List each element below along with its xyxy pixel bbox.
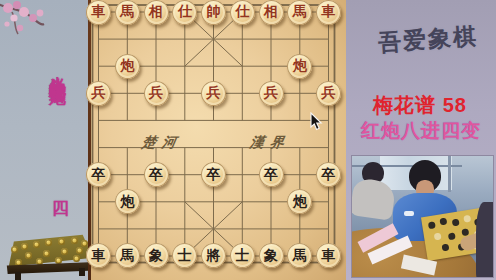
piece-character: 車 bbox=[92, 5, 106, 19]
right-panel: 吾爱象棋 梅花谱 58 红炮八进四变 bbox=[346, 0, 496, 280]
piece-character: 象 bbox=[149, 249, 163, 263]
piece-character: 士 bbox=[235, 249, 249, 263]
piece-character: 相 bbox=[264, 5, 278, 19]
xiangqi-piece-red-兵[interactable]: 兵 bbox=[259, 81, 284, 106]
plum-blossom-icon bbox=[0, 0, 54, 44]
river-label-left: 楚河 bbox=[131, 134, 192, 152]
window-frame bbox=[448, 156, 451, 192]
piece-character: 卒 bbox=[207, 168, 221, 182]
episode-vertical-title: 当头炮破过宫炮 bbox=[46, 62, 69, 76]
xiangqi-piece-red-仕[interactable]: 仕 bbox=[230, 0, 255, 25]
video-frame: 当头炮破过宫炮 四 bbox=[0, 0, 496, 280]
xiangqi-piece-red-兵[interactable]: 兵 bbox=[316, 81, 341, 106]
xiangqi-piece-red-車[interactable]: 車 bbox=[316, 0, 341, 25]
opponent-figure bbox=[476, 202, 493, 277]
xiangqi-piece-red-兵[interactable]: 兵 bbox=[86, 81, 111, 106]
piece-character: 炮 bbox=[120, 195, 134, 209]
piece-character: 仕 bbox=[235, 5, 249, 19]
xiangqi-piece-red-相[interactable]: 相 bbox=[259, 0, 284, 25]
piece-character: 兵 bbox=[322, 86, 336, 100]
xiangqi-piece-black-卒[interactable]: 卒 bbox=[259, 162, 284, 187]
piece-character: 卒 bbox=[92, 168, 106, 182]
piece-character: 炮 bbox=[293, 195, 307, 209]
piece-character: 相 bbox=[149, 5, 163, 19]
table-leg bbox=[79, 268, 85, 276]
piece-character: 車 bbox=[322, 5, 336, 19]
table-leg bbox=[15, 272, 21, 280]
mouse-cursor bbox=[310, 112, 324, 131]
episode-part-number: 四 bbox=[52, 197, 69, 220]
left-panel: 当头炮破过宫炮 四 bbox=[0, 0, 88, 280]
xiangqi-piece-black-象[interactable]: 象 bbox=[144, 243, 169, 268]
episode-subtitle: 红炮八进四变 bbox=[348, 118, 494, 144]
piece-character: 兵 bbox=[207, 86, 221, 100]
xiangqi-piece-black-卒[interactable]: 卒 bbox=[86, 162, 111, 187]
piece-character: 車 bbox=[92, 249, 106, 263]
piece-character: 馬 bbox=[120, 5, 134, 19]
board-grid bbox=[88, 0, 346, 280]
series-title: 梅花谱 58 bbox=[352, 92, 488, 119]
players-photo bbox=[352, 156, 493, 277]
xiangqi-piece-red-相[interactable]: 相 bbox=[144, 0, 169, 25]
piece-character: 象 bbox=[264, 249, 278, 263]
xiangqi-piece-red-兵[interactable]: 兵 bbox=[201, 81, 226, 106]
piece-character: 士 bbox=[178, 249, 192, 263]
piece-character: 卒 bbox=[149, 168, 163, 182]
piece-character: 帥 bbox=[207, 5, 221, 19]
piece-character: 炮 bbox=[293, 59, 307, 73]
xiangqi-piece-red-炮[interactable]: 炮 bbox=[115, 54, 140, 79]
xiangqi-piece-black-象[interactable]: 象 bbox=[259, 243, 284, 268]
xiangqi-piece-red-車[interactable]: 車 bbox=[86, 0, 111, 25]
piece-character: 兵 bbox=[149, 86, 163, 100]
piece-character: 兵 bbox=[92, 86, 106, 100]
channel-watermark: 吾爱象棋 bbox=[371, 20, 485, 59]
xiangqi-piece-black-卒[interactable]: 卒 bbox=[316, 162, 341, 187]
xiangqi-piece-red-仕[interactable]: 仕 bbox=[172, 0, 197, 25]
piece-character: 兵 bbox=[264, 86, 278, 100]
piece-character: 馬 bbox=[120, 249, 134, 263]
piece-character: 馬 bbox=[293, 249, 307, 263]
xiangqi-piece-red-馬[interactable]: 馬 bbox=[287, 0, 312, 25]
xiangqi-piece-red-炮[interactable]: 炮 bbox=[287, 54, 312, 79]
board-left-edge bbox=[88, 0, 91, 280]
river-label-right: 漢界 bbox=[239, 134, 300, 152]
shirt-logo bbox=[404, 211, 414, 216]
xiangqi-piece-black-炮[interactable]: 炮 bbox=[115, 189, 140, 214]
piece-character: 炮 bbox=[120, 59, 134, 73]
piece-character: 將 bbox=[207, 249, 221, 263]
xiangqi-piece-red-帥[interactable]: 帥 bbox=[201, 0, 226, 25]
piece-character: 卒 bbox=[264, 168, 278, 182]
xiangqi-board[interactable]: 楚河 漢界 車馬相仕帥仕相馬車炮炮兵兵兵兵兵卒卒卒卒卒炮炮車馬象士將士象馬車 bbox=[88, 0, 346, 280]
piece-character: 仕 bbox=[178, 5, 192, 19]
brass-xiangqi-set-photo bbox=[3, 230, 96, 280]
xiangqi-piece-red-兵[interactable]: 兵 bbox=[144, 81, 169, 106]
piece-character: 卒 bbox=[322, 168, 336, 182]
xiangqi-piece-red-馬[interactable]: 馬 bbox=[115, 0, 140, 25]
piece-character: 車 bbox=[322, 249, 336, 263]
piece-character: 馬 bbox=[293, 5, 307, 19]
xiangqi-piece-black-卒[interactable]: 卒 bbox=[144, 162, 169, 187]
xiangqi-piece-black-卒[interactable]: 卒 bbox=[201, 162, 226, 187]
